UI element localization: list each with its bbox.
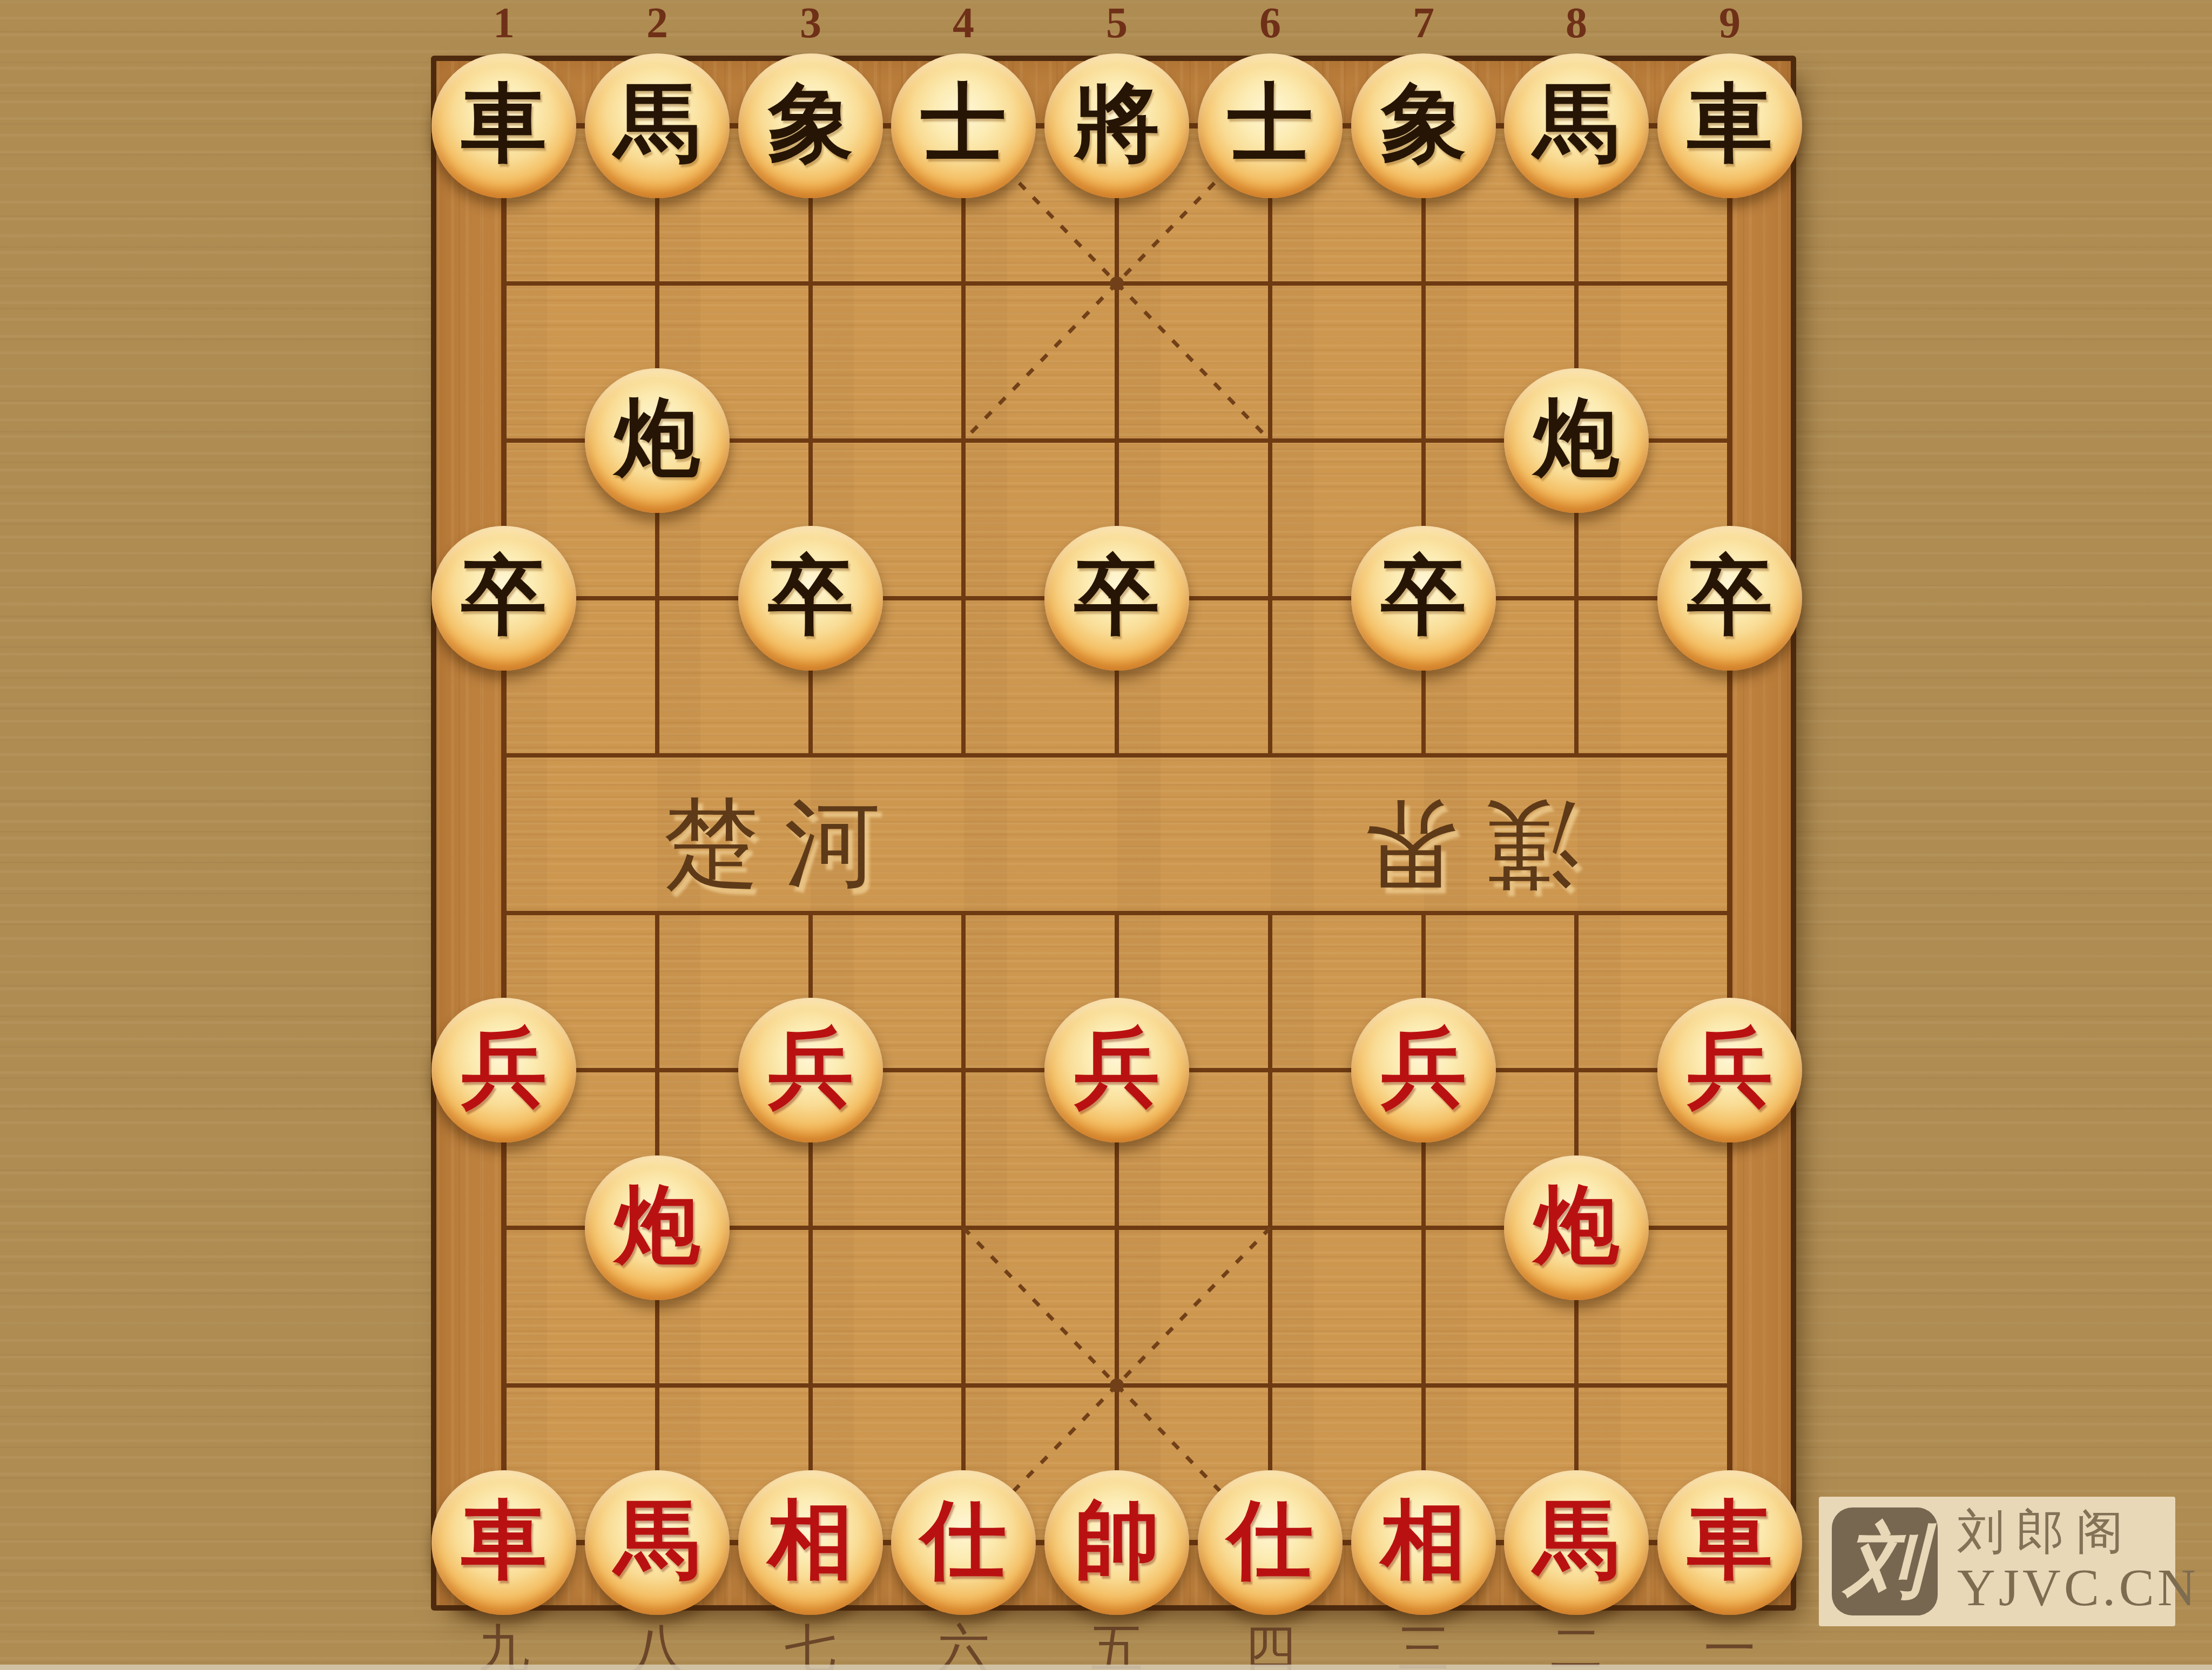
piece-glyph: 炮 [1534, 1183, 1619, 1268]
piece-glyph: 象 [768, 81, 853, 166]
file-label-top-2: 2 [646, 1, 668, 44]
piece-glyph: 卒 [768, 553, 853, 639]
piece-glyph: 仕 [1228, 1498, 1313, 1583]
piece-black-cannon[interactable]: 炮 [585, 368, 730, 513]
piece-red-horse[interactable]: 馬 [585, 1470, 730, 1615]
piece-red-soldier[interactable]: 兵 [1351, 998, 1496, 1142]
piece-red-horse[interactable]: 馬 [1504, 1470, 1649, 1615]
piece-glyph: 兵 [1074, 1025, 1159, 1111]
piece-glyph: 兵 [768, 1025, 853, 1111]
file-label-top-7: 7 [1413, 1, 1434, 44]
piece-black-soldier[interactable]: 卒 [1657, 526, 1802, 671]
screen-bottom-strip [0, 1665, 2212, 1670]
piece-glyph: 馬 [1534, 81, 1619, 166]
piece-glyph: 卒 [1381, 553, 1466, 639]
piece-black-soldier[interactable]: 卒 [1351, 526, 1496, 671]
piece-red-elephant[interactable]: 相 [1351, 1470, 1496, 1615]
xiangqi-app: 楚河 漢界 123456789 九八七六五四三二一 車馬象士將士象馬車炮炮卒卒卒… [0, 0, 2212, 1670]
piece-glyph: 馬 [615, 81, 700, 166]
piece-black-elephant[interactable]: 象 [1351, 53, 1496, 198]
file-label-bottom-9: 一 [1704, 1623, 1756, 1670]
file-label-top-5: 5 [1106, 1, 1128, 44]
piece-glyph: 車 [461, 1498, 547, 1583]
file-label-bottom-8: 二 [1550, 1623, 1602, 1670]
piece-glyph: 士 [921, 81, 1006, 166]
file-label-bottom-3: 七 [785, 1623, 837, 1670]
file-label-bottom-2: 八 [631, 1623, 683, 1670]
file-label-bottom-4: 六 [938, 1623, 989, 1670]
piece-glyph: 馬 [615, 1498, 700, 1583]
file-label-bottom-6: 四 [1244, 1623, 1296, 1670]
file-label-top-3: 3 [800, 1, 821, 44]
piece-red-general[interactable]: 帥 [1044, 1470, 1189, 1615]
piece-glyph: 兵 [461, 1025, 547, 1111]
piece-black-soldier[interactable]: 卒 [1044, 526, 1189, 671]
piece-glyph: 卒 [1074, 553, 1159, 639]
piece-black-horse[interactable]: 馬 [1504, 53, 1649, 198]
piece-black-chariot[interactable]: 車 [1657, 53, 1802, 198]
piece-glyph: 相 [768, 1498, 853, 1583]
piece-glyph: 帥 [1074, 1498, 1159, 1583]
piece-black-soldier[interactable]: 卒 [738, 526, 883, 671]
piece-red-chariot[interactable]: 車 [431, 1470, 576, 1615]
file-label-bottom-7: 三 [1398, 1623, 1449, 1670]
file-label-top-1: 1 [493, 1, 515, 44]
piece-black-general[interactable]: 將 [1044, 53, 1189, 198]
piece-glyph: 炮 [615, 1183, 700, 1268]
watermark-domain: YJVC.CN [1957, 1559, 2199, 1617]
piece-glyph: 兵 [1687, 1025, 1772, 1111]
piece-glyph: 卒 [461, 553, 547, 639]
piece-glyph: 炮 [1534, 396, 1619, 481]
file-label-top-9: 9 [1719, 1, 1741, 44]
piece-black-elephant[interactable]: 象 [738, 53, 883, 198]
file-label-top-6: 6 [1259, 1, 1281, 44]
piece-black-horse[interactable]: 馬 [585, 53, 730, 198]
watermark-title: 刘郎阁 [1957, 1506, 2199, 1559]
piece-glyph: 將 [1074, 81, 1159, 166]
watermark-panel: 刘 刘郎阁 YJVC.CN [1819, 1497, 2175, 1626]
piece-red-advisor[interactable]: 仕 [1198, 1470, 1343, 1615]
watermark-logo-char: 刘 [1845, 1507, 1925, 1615]
piece-red-soldier[interactable]: 兵 [1044, 998, 1189, 1142]
piece-red-elephant[interactable]: 相 [738, 1470, 883, 1615]
piece-glyph: 象 [1381, 81, 1466, 166]
piece-glyph: 車 [1687, 1498, 1772, 1583]
piece-glyph: 卒 [1687, 553, 1772, 639]
piece-black-cannon[interactable]: 炮 [1504, 368, 1649, 513]
file-label-top-8: 8 [1566, 1, 1587, 44]
piece-glyph: 相 [1381, 1498, 1466, 1583]
watermark-logo: 刘 [1832, 1507, 1938, 1615]
piece-black-chariot[interactable]: 車 [431, 53, 576, 198]
file-label-bottom-1: 九 [478, 1623, 530, 1670]
piece-glyph: 炮 [615, 396, 700, 481]
file-label-bottom-5: 五 [1091, 1623, 1143, 1670]
piece-red-soldier[interactable]: 兵 [738, 998, 883, 1142]
piece-glyph: 士 [1228, 81, 1313, 166]
piece-red-soldier[interactable]: 兵 [431, 998, 576, 1142]
piece-black-advisor[interactable]: 士 [1198, 53, 1343, 198]
piece-red-chariot[interactable]: 車 [1657, 1470, 1802, 1615]
piece-red-soldier[interactable]: 兵 [1657, 998, 1802, 1142]
river-label-han-jie: 漢界 [1337, 793, 1579, 895]
piece-red-cannon[interactable]: 炮 [1504, 1155, 1649, 1300]
piece-black-advisor[interactable]: 士 [891, 53, 1036, 198]
river-label-chu-he: 楚河 [663, 793, 905, 895]
piece-glyph: 兵 [1381, 1025, 1466, 1111]
piece-glyph: 馬 [1534, 1498, 1619, 1583]
piece-glyph: 車 [461, 81, 547, 166]
piece-glyph: 車 [1687, 81, 1772, 166]
piece-red-cannon[interactable]: 炮 [585, 1155, 730, 1300]
piece-red-advisor[interactable]: 仕 [891, 1470, 1036, 1615]
piece-glyph: 仕 [921, 1498, 1006, 1583]
piece-black-soldier[interactable]: 卒 [431, 526, 576, 671]
file-label-top-4: 4 [953, 1, 974, 44]
